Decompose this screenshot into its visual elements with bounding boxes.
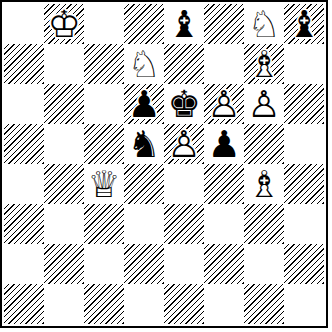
piece-white-bishop[interactable]: ♝♗ (244, 164, 284, 204)
square-h6[interactable] (284, 84, 324, 124)
piece-white-pawn[interactable]: ♟♙ (204, 84, 244, 124)
square-g1[interactable] (244, 284, 284, 324)
piece-black-king[interactable]: ♚♚ (164, 84, 204, 124)
square-g4[interactable]: ♝♗ (244, 164, 284, 204)
square-f8[interactable] (204, 4, 244, 44)
piece-black-knight[interactable]: ♞♞ (124, 124, 164, 164)
piece-black-pawn[interactable]: ♟♟ (124, 84, 164, 124)
white-pawn-glyph: ♙ (164, 124, 204, 164)
square-b4[interactable] (44, 164, 84, 204)
square-d1[interactable] (124, 284, 164, 324)
square-d7[interactable]: ♞♘ (124, 44, 164, 84)
piece-black-bishop[interactable]: ♝♝ (164, 4, 204, 44)
square-b3[interactable] (44, 204, 84, 244)
white-queen-glyph: ♕ (84, 164, 124, 204)
square-h3[interactable] (284, 204, 324, 244)
square-h1[interactable] (284, 284, 324, 324)
square-e5[interactable]: ♟♙ (164, 124, 204, 164)
white-king-glyph: ♔ (44, 4, 84, 44)
square-a7[interactable] (4, 44, 44, 84)
square-d8[interactable] (124, 4, 164, 44)
square-h4[interactable] (284, 164, 324, 204)
square-f4[interactable] (204, 164, 244, 204)
piece-white-king[interactable]: ♚♔ (44, 4, 84, 44)
square-b8[interactable]: ♚♔ (44, 4, 84, 44)
piece-white-pawn[interactable]: ♟♙ (164, 124, 204, 164)
square-d5[interactable]: ♞♞ (124, 124, 164, 164)
square-c8[interactable] (84, 4, 124, 44)
square-c5[interactable] (84, 124, 124, 164)
square-d3[interactable] (124, 204, 164, 244)
square-c3[interactable] (84, 204, 124, 244)
square-e2[interactable] (164, 244, 204, 284)
piece-white-knight[interactable]: ♞♘ (244, 4, 284, 44)
square-a1[interactable] (4, 284, 44, 324)
square-f2[interactable] (204, 244, 244, 284)
square-f5[interactable]: ♟♟ (204, 124, 244, 164)
square-b6[interactable] (44, 84, 84, 124)
square-g5[interactable] (244, 124, 284, 164)
square-a4[interactable] (4, 164, 44, 204)
square-g2[interactable] (244, 244, 284, 284)
piece-black-pawn[interactable]: ♟♟ (204, 124, 244, 164)
black-bishop-glyph: ♝ (284, 4, 324, 44)
white-pawn-glyph: ♙ (244, 84, 284, 124)
black-pawn-glyph: ♟ (204, 124, 244, 164)
square-g6[interactable]: ♟♙ (244, 84, 284, 124)
square-h8[interactable]: ♝♝ (284, 4, 324, 44)
square-c1[interactable] (84, 284, 124, 324)
square-c6[interactable] (84, 84, 124, 124)
square-b7[interactable] (44, 44, 84, 84)
square-a6[interactable] (4, 84, 44, 124)
square-f1[interactable] (204, 284, 244, 324)
square-f7[interactable] (204, 44, 244, 84)
piece-white-knight[interactable]: ♞♘ (124, 44, 164, 84)
chess-board: ♚♔♝♝♞♘♝♝♞♘♝♗♟♟♚♚♟♙♟♙♞♞♟♙♟♟♛♕♝♗ (4, 4, 324, 324)
square-c7[interactable] (84, 44, 124, 84)
square-b1[interactable] (44, 284, 84, 324)
piece-white-queen[interactable]: ♛♕ (84, 164, 124, 204)
white-knight-glyph: ♘ (244, 4, 284, 44)
square-a3[interactable] (4, 204, 44, 244)
square-g3[interactable] (244, 204, 284, 244)
square-f3[interactable] (204, 204, 244, 244)
square-d2[interactable] (124, 244, 164, 284)
square-a8[interactable] (4, 4, 44, 44)
chess-diagram-frame: ♚♔♝♝♞♘♝♝♞♘♝♗♟♟♚♚♟♙♟♙♞♞♟♙♟♟♛♕♝♗ (0, 0, 328, 328)
square-e1[interactable] (164, 284, 204, 324)
square-f6[interactable]: ♟♙ (204, 84, 244, 124)
square-d6[interactable]: ♟♟ (124, 84, 164, 124)
square-e3[interactable] (164, 204, 204, 244)
square-e6[interactable]: ♚♚ (164, 84, 204, 124)
black-knight-glyph: ♞ (124, 124, 164, 164)
square-g8[interactable]: ♞♘ (244, 4, 284, 44)
white-knight-glyph: ♘ (124, 44, 164, 84)
piece-white-bishop[interactable]: ♝♗ (244, 44, 284, 84)
square-a2[interactable] (4, 244, 44, 284)
square-c2[interactable] (84, 244, 124, 284)
square-h5[interactable] (284, 124, 324, 164)
square-a5[interactable] (4, 124, 44, 164)
black-bishop-glyph: ♝ (164, 4, 204, 44)
square-e4[interactable] (164, 164, 204, 204)
black-king-glyph: ♚ (164, 84, 204, 124)
white-bishop-glyph: ♗ (244, 164, 284, 204)
white-bishop-glyph: ♗ (244, 44, 284, 84)
square-e7[interactable] (164, 44, 204, 84)
square-e8[interactable]: ♝♝ (164, 4, 204, 44)
white-pawn-glyph: ♙ (204, 84, 244, 124)
square-h2[interactable] (284, 244, 324, 284)
piece-black-bishop[interactable]: ♝♝ (284, 4, 324, 44)
black-pawn-glyph: ♟ (124, 84, 164, 124)
square-h7[interactable] (284, 44, 324, 84)
square-c4[interactable]: ♛♕ (84, 164, 124, 204)
square-b5[interactable] (44, 124, 84, 164)
square-g7[interactable]: ♝♗ (244, 44, 284, 84)
square-d4[interactable] (124, 164, 164, 204)
square-b2[interactable] (44, 244, 84, 284)
piece-white-pawn[interactable]: ♟♙ (244, 84, 284, 124)
